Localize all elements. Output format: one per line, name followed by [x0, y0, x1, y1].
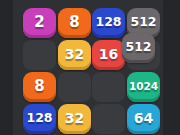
cell-r1c0 [23, 40, 56, 70]
tile-value: 2 [34, 13, 44, 31]
tile-value: 8 [69, 13, 79, 31]
tile-64: 64 [127, 104, 160, 134]
tile-128: 128 [92, 8, 125, 38]
cell-r3c2 [92, 104, 125, 134]
tile-value: 1024 [129, 80, 158, 92]
cell-r2c1 [58, 72, 91, 102]
tile-32: 32 [58, 40, 91, 70]
tile-value: 128 [26, 110, 52, 125]
tile-value: 128 [95, 14, 121, 29]
tile-1024: 1024 [127, 72, 160, 102]
tile-128: 128 [23, 104, 56, 134]
tile-value: 32 [65, 46, 84, 62]
tile-8: 8 [58, 8, 91, 38]
game-screen-2048: 281285123216512810241283264 [0, 0, 180, 135]
tile-value: 512 [130, 14, 156, 29]
tile-512-moving: 512 [122, 33, 155, 63]
tile-value: 512 [125, 39, 151, 54]
tile-16: 16 [92, 40, 125, 70]
tile-value: 32 [65, 110, 84, 126]
tile-2: 2 [23, 8, 56, 38]
tile-32: 32 [58, 104, 91, 134]
tile-8: 8 [23, 72, 56, 102]
cell-r2c2 [92, 72, 125, 102]
tile-value: 8 [34, 77, 44, 95]
tile-value: 16 [99, 46, 118, 62]
tile-value: 64 [134, 110, 153, 126]
